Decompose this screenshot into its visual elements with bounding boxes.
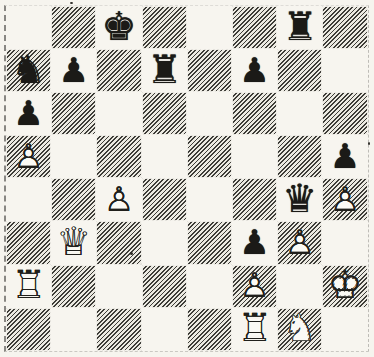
square-a6[interactable]: ♟ — [6, 92, 51, 135]
square-h5[interactable]: ♟ — [322, 135, 367, 178]
square-f5[interactable] — [232, 135, 277, 178]
white-piece-outline: ♘ — [282, 308, 317, 347]
print-speck — [368, 142, 370, 145]
square-g2[interactable] — [277, 265, 322, 308]
piece-white-pawn: ♟♙ — [6, 135, 51, 178]
black-piece-glyph: ♚ — [101, 6, 136, 45]
square-d7[interactable]: ♜ — [142, 49, 187, 92]
square-e2[interactable] — [187, 265, 232, 308]
square-g1[interactable]: ♞♘ — [277, 308, 322, 351]
black-piece-glyph: ♟ — [13, 95, 43, 129]
square-f8[interactable] — [232, 6, 277, 49]
square-c8[interactable]: ♚ — [96, 6, 141, 49]
square-g6[interactable] — [277, 92, 322, 135]
piece-white-rook: ♜♖ — [6, 265, 51, 308]
black-piece-glyph: ♟ — [239, 52, 269, 86]
square-f6[interactable] — [232, 92, 277, 135]
square-h7[interactable] — [322, 49, 367, 92]
square-c7[interactable] — [96, 49, 141, 92]
square-g8[interactable]: ♜ — [277, 6, 322, 49]
square-f4[interactable] — [232, 178, 277, 221]
black-piece-glyph: ♜ — [147, 50, 182, 89]
white-piece-outline: ♖ — [237, 308, 272, 347]
square-e6[interactable] — [187, 92, 232, 135]
piece-white-queen: ♛♕ — [51, 221, 96, 264]
piece-black-queen: ♛ — [277, 178, 322, 221]
square-h4[interactable]: ♟♙ — [322, 178, 367, 221]
piece-white-pawn: ♟♙ — [96, 178, 141, 221]
square-h1[interactable] — [322, 308, 367, 351]
square-c2[interactable] — [96, 265, 141, 308]
square-f2[interactable]: ♟♙ — [232, 265, 277, 308]
square-h6[interactable] — [322, 92, 367, 135]
square-e1[interactable] — [187, 308, 232, 351]
square-b5[interactable] — [51, 135, 96, 178]
square-c6[interactable] — [96, 92, 141, 135]
square-g3[interactable]: ♟♙ — [277, 221, 322, 264]
square-c5[interactable] — [96, 135, 141, 178]
white-piece-outline: ♖ — [11, 265, 46, 304]
piece-white-knight: ♞♘ — [277, 308, 322, 351]
square-d6[interactable] — [142, 92, 187, 135]
white-piece-outline: ♕ — [56, 222, 91, 261]
white-piece-outline: ♙ — [284, 225, 314, 259]
white-piece-outline: ♙ — [13, 138, 43, 172]
square-g7[interactable] — [277, 49, 322, 92]
square-a5[interactable]: ♟♙ — [6, 135, 51, 178]
square-e4[interactable] — [187, 178, 232, 221]
piece-white-pawn: ♟♙ — [232, 265, 277, 308]
square-d3[interactable] — [142, 221, 187, 264]
square-d2[interactable] — [142, 265, 187, 308]
square-a2[interactable]: ♜♖ — [6, 265, 51, 308]
square-d1[interactable] — [142, 308, 187, 351]
black-piece-glyph: ♛ — [282, 179, 317, 218]
square-a8[interactable] — [6, 6, 51, 49]
piece-black-king: ♚ — [96, 6, 141, 49]
print-speck — [70, 2, 73, 4]
square-b8[interactable] — [51, 6, 96, 49]
square-e8[interactable] — [187, 6, 232, 49]
black-piece-glyph: ♟ — [330, 138, 360, 172]
square-c4[interactable]: ♟♙ — [96, 178, 141, 221]
scanned-newspaper-page: { "game": "chess", "diagram_style": "vin… — [0, 0, 374, 357]
piece-white-king: ♚♔ — [322, 265, 367, 308]
black-piece-glyph: ♞ — [11, 50, 46, 89]
piece-black-rook: ♜ — [277, 6, 322, 49]
square-f3[interactable]: ♟ — [232, 221, 277, 264]
white-piece-outline: ♙ — [104, 182, 134, 216]
black-piece-glyph: ♟ — [239, 225, 269, 259]
diagram-frame: ♚♜♞♟♜♟♟♟♙♟♟♙♛♟♙♛♕♟♟♙♜♖♟♙♚♔♜♖♞♘ — [4, 5, 369, 352]
square-c1[interactable] — [96, 308, 141, 351]
piece-black-pawn: ♟ — [232, 221, 277, 264]
piece-black-pawn: ♟ — [51, 49, 96, 92]
square-a3[interactable] — [6, 221, 51, 264]
white-piece-outline: ♙ — [330, 182, 360, 216]
print-speck — [130, 252, 133, 255]
square-h3[interactable] — [322, 221, 367, 264]
square-f7[interactable]: ♟ — [232, 49, 277, 92]
square-h2[interactable]: ♚♔ — [322, 265, 367, 308]
white-piece-outline: ♙ — [239, 268, 269, 302]
square-g4[interactable]: ♛ — [277, 178, 322, 221]
square-b2[interactable] — [51, 265, 96, 308]
white-piece-outline: ♔ — [327, 265, 362, 304]
square-e5[interactable] — [187, 135, 232, 178]
black-piece-glyph: ♜ — [282, 6, 317, 45]
piece-white-pawn: ♟♙ — [322, 178, 367, 221]
square-e7[interactable] — [187, 49, 232, 92]
square-e3[interactable] — [187, 221, 232, 264]
square-b7[interactable]: ♟ — [51, 49, 96, 92]
square-a4[interactable] — [6, 178, 51, 221]
square-h8[interactable] — [322, 6, 367, 49]
piece-black-rook: ♜ — [142, 49, 187, 92]
square-d8[interactable] — [142, 6, 187, 49]
square-a1[interactable] — [6, 308, 51, 351]
piece-black-pawn: ♟ — [232, 49, 277, 92]
square-g5[interactable] — [277, 135, 322, 178]
square-f1[interactable]: ♜♖ — [232, 308, 277, 351]
piece-black-pawn: ♟ — [322, 135, 367, 178]
square-d5[interactable] — [142, 135, 187, 178]
piece-black-pawn: ♟ — [6, 92, 51, 135]
square-c3[interactable] — [96, 221, 141, 264]
piece-black-knight: ♞ — [6, 49, 51, 92]
square-b6[interactable] — [51, 92, 96, 135]
square-a7[interactable]: ♞ — [6, 49, 51, 92]
square-b4[interactable] — [51, 178, 96, 221]
piece-white-rook: ♜♖ — [232, 308, 277, 351]
square-b1[interactable] — [51, 308, 96, 351]
black-piece-glyph: ♟ — [59, 52, 89, 86]
chess-board: ♚♜♞♟♜♟♟♟♙♟♟♙♛♟♙♛♕♟♟♙♜♖♟♙♚♔♜♖♞♘ — [6, 6, 368, 351]
square-d4[interactable] — [142, 178, 187, 221]
square-b3[interactable]: ♛♕ — [51, 221, 96, 264]
piece-white-pawn: ♟♙ — [277, 221, 322, 264]
